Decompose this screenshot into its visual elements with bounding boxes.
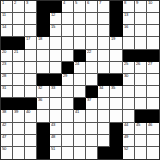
cell-r3c1[interactable]: 14 — [1, 25, 13, 37]
cell-r2c2[interactable] — [13, 13, 25, 25]
clue-number-26: 26 — [136, 62, 140, 66]
cell-r9c4[interactable]: 36 — [37, 98, 49, 110]
black-cell-r12c10 — [110, 135, 122, 147]
cell-r11c11[interactable]: 44 — [123, 123, 135, 135]
black-cell-r1c4 — [37, 1, 49, 13]
black-cell-r1c5 — [50, 1, 62, 13]
cell-r2c11[interactable]: 13 — [123, 13, 135, 25]
clue-number-28: 28 — [2, 74, 6, 78]
cell-r3c7[interactable] — [74, 25, 86, 37]
cell-r8c6[interactable] — [62, 86, 74, 98]
clue-number-9: 9 — [136, 1, 138, 5]
cell-r9c11[interactable] — [123, 98, 135, 110]
clue-number-2: 2 — [14, 1, 16, 5]
cell-r8c11[interactable] — [123, 86, 135, 98]
clue-number-17: 17 — [26, 37, 30, 41]
clue-number-41: 41 — [75, 110, 79, 114]
cell-r9c10[interactable] — [110, 98, 122, 110]
clue-number-19: 19 — [111, 37, 115, 41]
cell-r6c1[interactable]: 23 — [1, 62, 13, 74]
clue-number-36: 36 — [38, 98, 42, 102]
cell-r8c3[interactable] — [25, 86, 37, 98]
cell-r3c6[interactable] — [62, 25, 74, 37]
cell-r6c4[interactable] — [37, 62, 49, 74]
clue-number-16: 16 — [124, 25, 128, 29]
cell-r1c9[interactable]: 7 — [98, 1, 110, 13]
cell-r10c11[interactable] — [123, 110, 135, 122]
cell-r4c3[interactable]: 17 — [25, 37, 37, 49]
clue-number-34: 34 — [99, 86, 103, 90]
cell-r7c12[interactable] — [135, 74, 147, 86]
cell-r5c6[interactable] — [62, 50, 74, 62]
clue-number-37: 37 — [87, 98, 91, 102]
cell-r3c11[interactable]: 16 — [123, 25, 135, 37]
cell-r11c7[interactable] — [74, 123, 86, 135]
cell-r11c9[interactable] — [98, 123, 110, 135]
clue-number-51: 51 — [51, 147, 55, 151]
clue-number-6: 6 — [87, 1, 89, 5]
cell-r12c13[interactable] — [147, 135, 159, 147]
cell-r9c9[interactable] — [98, 98, 110, 110]
black-cell-r2c4 — [37, 13, 49, 25]
cell-r3c8[interactable] — [86, 25, 98, 37]
cell-r13c5[interactable]: 51 — [50, 147, 62, 159]
cell-r11c5[interactable]: 43 — [50, 123, 62, 135]
cell-r6c9[interactable] — [98, 62, 110, 74]
cell-r6c13[interactable]: 27 — [147, 62, 159, 74]
clue-number-29: 29 — [63, 74, 67, 78]
cell-r10c8[interactable] — [86, 110, 98, 122]
black-cell-r3c4 — [37, 25, 49, 37]
cell-r2c7[interactable] — [74, 13, 86, 25]
black-cell-r7c10 — [110, 74, 122, 86]
clue-number-35: 35 — [111, 86, 115, 90]
clue-number-5: 5 — [75, 1, 77, 5]
black-cell-r7c4 — [37, 74, 49, 86]
cell-r7c3[interactable] — [25, 74, 37, 86]
black-cell-r10c12 — [135, 110, 147, 122]
clue-number-12: 12 — [51, 13, 55, 17]
cell-r8c2[interactable] — [13, 86, 25, 98]
cell-r12c2[interactable] — [13, 135, 25, 147]
cell-r10c9[interactable] — [98, 110, 110, 122]
cell-r10c6[interactable] — [62, 110, 74, 122]
cell-r1c11[interactable]: 8 — [123, 1, 135, 13]
cell-r4c5[interactable] — [50, 37, 62, 49]
black-cell-r9c3 — [25, 98, 37, 110]
cell-r6c11[interactable]: 25 — [123, 62, 135, 74]
clue-number-13: 13 — [124, 13, 128, 17]
cell-r9c8[interactable]: 37 — [86, 98, 98, 110]
cell-r8c1[interactable]: 31 — [1, 86, 13, 98]
black-cell-r9c2 — [13, 98, 25, 110]
cell-r10c5[interactable] — [50, 110, 62, 122]
cell-r3c9[interactable] — [98, 25, 110, 37]
black-cell-r5c13 — [147, 50, 159, 62]
clue-number-39: 39 — [14, 110, 18, 114]
black-cell-r5c7 — [74, 50, 86, 62]
cell-r8c12[interactable] — [135, 86, 147, 98]
cell-r9c5[interactable] — [50, 98, 62, 110]
black-cell-r5c12 — [135, 50, 147, 62]
clue-number-40: 40 — [26, 110, 30, 114]
clue-number-31: 31 — [2, 86, 6, 90]
cell-r12c1[interactable]: 47 — [1, 135, 13, 147]
cell-r1c8[interactable]: 6 — [86, 1, 98, 13]
clue-number-7: 7 — [99, 1, 101, 5]
black-cell-r9c7 — [74, 98, 86, 110]
cell-r13c1[interactable]: 50 — [1, 147, 13, 159]
cell-r10c1[interactable]: 38 — [1, 110, 13, 122]
clue-number-43: 43 — [51, 123, 55, 127]
black-cell-r3c10 — [110, 25, 122, 37]
black-cell-r13c10 — [110, 147, 122, 159]
cell-r7c7[interactable] — [74, 74, 86, 86]
clue-number-4: 4 — [63, 1, 65, 5]
clue-number-10: 10 — [148, 1, 152, 5]
cell-r2c13[interactable] — [147, 13, 159, 25]
cell-r5c1[interactable]: 20 — [1, 50, 13, 62]
cell-r6c7[interactable]: 24 — [74, 62, 86, 74]
clue-number-38: 38 — [2, 110, 6, 114]
cell-r12c5[interactable]: 48 — [50, 135, 62, 147]
cell-r9c13[interactable] — [147, 98, 159, 110]
clue-number-52: 52 — [124, 147, 128, 151]
clue-number-25: 25 — [124, 62, 128, 66]
black-cell-r11c4 — [37, 123, 49, 135]
black-cell-r7c5 — [50, 74, 62, 86]
black-cell-r5c11 — [123, 50, 135, 62]
cell-r3c2[interactable] — [13, 25, 25, 37]
cell-r1c12[interactable]: 9 — [135, 1, 147, 13]
black-cell-r9c1 — [1, 98, 13, 110]
clue-number-8: 8 — [124, 1, 126, 5]
cell-r5c8[interactable]: 22 — [86, 50, 98, 62]
cell-r13c7[interactable] — [74, 147, 86, 159]
cell-r11c2[interactable] — [13, 123, 25, 135]
cell-r2c8[interactable] — [86, 13, 98, 25]
cell-r2c5[interactable]: 12 — [50, 13, 62, 25]
clue-number-49: 49 — [124, 135, 128, 139]
black-cell-r1c10 — [110, 1, 122, 13]
cell-r10c2[interactable]: 39 — [13, 110, 25, 122]
clue-number-32: 32 — [38, 86, 42, 90]
cell-r3c12[interactable] — [135, 25, 147, 37]
black-cell-r11c10 — [110, 123, 122, 135]
cell-r7c6[interactable]: 29 — [62, 74, 74, 86]
cell-r6c12[interactable]: 26 — [135, 62, 147, 74]
cell-r1c7[interactable]: 5 — [74, 1, 86, 13]
black-cell-r13c9 — [98, 147, 110, 159]
cell-r8c13[interactable] — [147, 86, 159, 98]
clue-number-42: 42 — [2, 123, 6, 127]
cell-r13c8[interactable] — [86, 147, 98, 159]
cell-r3c13[interactable] — [147, 25, 159, 37]
cell-r2c1[interactable]: 11 — [1, 13, 13, 25]
cell-r5c4[interactable] — [37, 50, 49, 62]
clue-number-47: 47 — [2, 135, 6, 139]
cell-r8c10[interactable]: 35 — [110, 86, 122, 98]
black-cell-r12c4 — [37, 135, 49, 147]
cell-r2c6[interactable] — [62, 13, 74, 25]
cell-r1c3[interactable]: 3 — [25, 1, 37, 13]
cell-r12c8[interactable] — [86, 135, 98, 147]
clue-number-23: 23 — [2, 62, 6, 66]
cell-r7c2[interactable] — [13, 74, 25, 86]
cell-r13c13[interactable] — [147, 147, 159, 159]
cell-r11c1[interactable]: 42 — [1, 123, 13, 135]
cell-r10c7[interactable]: 41 — [74, 110, 86, 122]
cell-r9c6[interactable] — [62, 98, 74, 110]
cell-r4c10[interactable]: 19 — [110, 37, 122, 49]
black-cell-r4c1 — [1, 37, 13, 49]
black-cell-r8c8 — [86, 86, 98, 98]
cell-r6c8[interactable] — [86, 62, 98, 74]
cell-r6c10[interactable] — [110, 62, 122, 74]
cell-r11c3[interactable] — [25, 123, 37, 135]
cell-r12c6[interactable] — [62, 135, 74, 147]
clue-number-3: 3 — [26, 1, 28, 5]
clue-number-44: 44 — [124, 123, 128, 127]
cell-r7c13[interactable] — [147, 74, 159, 86]
black-cell-r7c9 — [98, 74, 110, 86]
cell-r5c3[interactable] — [25, 50, 37, 62]
clue-number-33: 33 — [51, 86, 55, 90]
cell-r11c6[interactable] — [62, 123, 74, 135]
cell-r8c5[interactable]: 33 — [50, 86, 62, 98]
cell-r8c9[interactable]: 34 — [98, 86, 110, 98]
cell-r7c11[interactable]: 30 — [123, 74, 135, 86]
cell-r2c9[interactable] — [98, 13, 110, 25]
cell-r13c11[interactable]: 52 — [123, 147, 135, 159]
clue-number-24: 24 — [75, 62, 79, 66]
cell-r12c7[interactable] — [74, 135, 86, 147]
clue-number-21: 21 — [14, 50, 18, 54]
black-cell-r4c2 — [13, 37, 25, 49]
cell-r5c10[interactable] — [110, 50, 122, 62]
black-cell-r6c6 — [62, 62, 74, 74]
clue-number-46: 46 — [148, 123, 152, 127]
cell-r13c3[interactable] — [25, 147, 37, 159]
cell-r4c11[interactable] — [123, 37, 135, 49]
black-cell-r13c4 — [37, 147, 49, 159]
cell-r12c3[interactable] — [25, 135, 37, 147]
cell-r5c5[interactable] — [50, 50, 62, 62]
cell-r9c12[interactable] — [135, 98, 147, 110]
black-cell-r2c10 — [110, 13, 122, 25]
cell-r6c2[interactable] — [13, 62, 25, 74]
crossword-grid: 1234567891011121314151617181920212223242… — [0, 0, 160, 160]
clue-number-27: 27 — [148, 62, 152, 66]
cell-r2c12[interactable] — [135, 13, 147, 25]
cell-r5c9[interactable] — [98, 50, 110, 62]
cell-r3c5[interactable]: 15 — [50, 25, 62, 37]
cell-r4c7[interactable] — [74, 37, 86, 49]
cell-r11c13[interactable]: 46 — [147, 123, 159, 135]
cell-r4c6[interactable] — [62, 37, 74, 49]
cell-r11c12[interactable]: 45 — [135, 123, 147, 135]
clue-number-11: 11 — [2, 13, 6, 17]
clue-number-1: 1 — [2, 1, 4, 5]
cell-r13c12[interactable] — [135, 147, 147, 159]
cell-r8c7[interactable] — [74, 86, 86, 98]
clue-number-14: 14 — [2, 25, 6, 29]
cell-r4c8[interactable] — [86, 37, 98, 49]
cell-r12c9[interactable] — [98, 135, 110, 147]
cell-r8c4[interactable]: 32 — [37, 86, 49, 98]
clue-number-30: 30 — [124, 74, 128, 78]
cell-r1c13[interactable]: 10 — [147, 1, 159, 13]
cell-r6c3[interactable] — [25, 62, 37, 74]
cell-r13c2[interactable] — [13, 147, 25, 159]
cell-r10c10[interactable] — [110, 110, 122, 122]
cell-r4c4[interactable]: 18 — [37, 37, 49, 49]
black-cell-r10c13 — [147, 110, 159, 122]
cell-r4c12[interactable] — [135, 37, 147, 49]
cell-r4c9[interactable] — [98, 37, 110, 49]
cell-r7c1[interactable]: 28 — [1, 74, 13, 86]
clue-number-15: 15 — [51, 25, 55, 29]
clue-number-45: 45 — [136, 123, 140, 127]
cell-r12c12[interactable] — [135, 135, 147, 147]
cell-r10c4[interactable] — [37, 110, 49, 122]
cell-r2c3[interactable] — [25, 13, 37, 25]
cell-r11c8[interactable] — [86, 123, 98, 135]
clue-number-50: 50 — [2, 147, 6, 151]
cell-r5c2[interactable]: 21 — [13, 50, 25, 62]
cell-r3c3[interactable] — [25, 25, 37, 37]
cell-r13c6[interactable] — [62, 147, 74, 159]
cell-r1c2[interactable]: 2 — [13, 1, 25, 13]
cell-r4c13[interactable] — [147, 37, 159, 49]
clue-number-20: 20 — [2, 50, 6, 54]
cell-r10c3[interactable]: 40 — [25, 110, 37, 122]
clue-number-22: 22 — [87, 50, 91, 54]
cell-r1c1[interactable]: 1 — [1, 1, 13, 13]
cell-r1c6[interactable]: 4 — [62, 1, 74, 13]
clue-number-18: 18 — [38, 37, 42, 41]
cell-r6c5[interactable] — [50, 62, 62, 74]
cell-r7c8[interactable] — [86, 74, 98, 86]
cell-r12c11[interactable]: 49 — [123, 135, 135, 147]
clue-number-48: 48 — [51, 135, 55, 139]
